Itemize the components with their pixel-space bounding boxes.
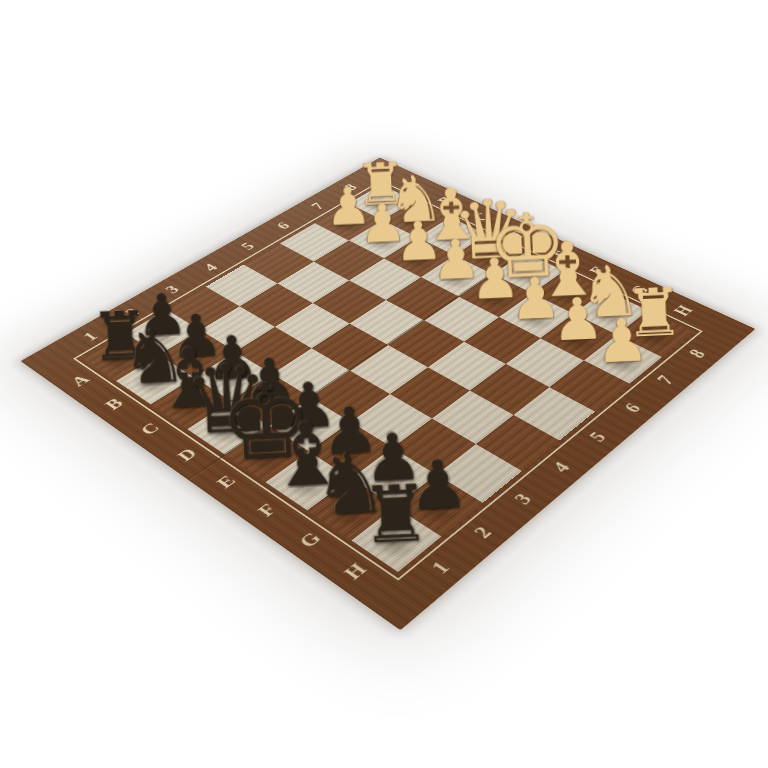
rank-label-left-4: 4	[201, 262, 222, 274]
rank-label-right-2: 2	[469, 523, 497, 542]
file-label-bottom-f: F	[253, 500, 281, 520]
square-h1: ♜	[352, 507, 442, 572]
rank-label-left-6: 6	[273, 220, 293, 231]
rank-label-right-8: 8	[685, 347, 711, 361]
rank-label-right-3: 3	[509, 490, 537, 508]
file-label-bottom-g: G	[294, 529, 326, 552]
rank-label-right-5: 5	[584, 429, 611, 446]
file-label-bottom-h: H	[339, 559, 372, 583]
rank-label-right-4: 4	[548, 458, 575, 475]
file-label-bottom-b: B	[102, 396, 128, 413]
rank-label-right-1: 1	[426, 557, 455, 577]
file-label-bottom-d: D	[173, 445, 201, 464]
chessboard: ♜♞♝♛♚♝♞♜♟♟♟♟♟♟♟♟♟♟♟♟♟♟♟♟♜♞♝♛♚♝♞♜ AABBCCD…	[21, 158, 756, 631]
file-label-bottom-a: A	[67, 372, 93, 389]
rank-label-right-7: 7	[653, 373, 679, 388]
rank-label-right-6: 6	[619, 400, 645, 416]
product-photo-scene: ♜♞♝♛♚♝♞♜♟♟♟♟♟♟♟♟♟♟♟♟♟♟♟♟♜♞♝♛♚♝♞♜ AABBCCD…	[0, 0, 768, 768]
board-grid: ♜♞♝♛♚♝♞♜♟♟♟♟♟♟♟♟♟♟♟♟♟♟♟♟♜♞♝♛♚♝♞♜	[83, 185, 693, 572]
file-label-bottom-c: C	[136, 420, 164, 438]
file-label-bottom-e: E	[212, 472, 240, 492]
rank-label-left-5: 5	[238, 241, 259, 252]
